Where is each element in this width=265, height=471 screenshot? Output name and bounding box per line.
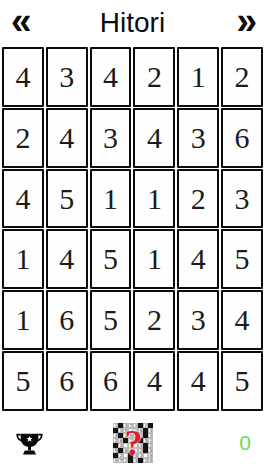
grid-cell[interactable]: 4: [177, 229, 219, 289]
page-title: Hitori: [100, 7, 165, 39]
grid-cell[interactable]: 1: [90, 169, 132, 229]
grid-cell[interactable]: 2: [133, 290, 175, 350]
grid-cell[interactable]: 1: [133, 229, 175, 289]
grid-cell[interactable]: 4: [2, 169, 44, 229]
grid-cell[interactable]: 4: [90, 47, 132, 107]
grid-cell[interactable]: 2: [221, 47, 263, 107]
grid-cell[interactable]: 5: [90, 229, 132, 289]
grid-cell[interactable]: 5: [221, 351, 263, 411]
grid-cell[interactable]: 4: [46, 108, 88, 168]
grid-cell[interactable]: 6: [221, 108, 263, 168]
grid-cell[interactable]: 3: [177, 108, 219, 168]
grid-cell[interactable]: 4: [2, 47, 44, 107]
footer-bar: 14732351644291326151413256282436971418? …: [0, 415, 265, 471]
grid-cell[interactable]: 5: [46, 169, 88, 229]
grid-cell[interactable]: 1: [2, 290, 44, 350]
grid-cell[interactable]: 4: [221, 290, 263, 350]
hitori-board: 434212243436451123145145165234566445: [0, 45, 265, 415]
grid-cell[interactable]: 4: [46, 229, 88, 289]
grid-cell[interactable]: 6: [46, 290, 88, 350]
puzzle-help-logo-icon[interactable]: 14732351644291326151413256282436971418?: [113, 423, 153, 463]
grid-cell[interactable]: 3: [46, 47, 88, 107]
grid-cell[interactable]: 5: [90, 290, 132, 350]
hitori-app: « Hitori » 43421224343645112314514516523…: [0, 0, 265, 471]
grid-cell[interactable]: 2: [133, 47, 175, 107]
grid-cell[interactable]: 5: [2, 351, 44, 411]
grid-cell[interactable]: 1: [2, 229, 44, 289]
grid-cell[interactable]: 5: [221, 229, 263, 289]
grid-cell[interactable]: 3: [90, 108, 132, 168]
grid-cell[interactable]: 3: [177, 290, 219, 350]
logo-mini-cell: 8: [148, 458, 153, 463]
grid-cell[interactable]: 1: [133, 169, 175, 229]
prev-puzzle-button[interactable]: «: [11, 1, 29, 40]
grid-cell[interactable]: 2: [2, 108, 44, 168]
trophy-icon[interactable]: [16, 431, 43, 456]
grid-cell[interactable]: 6: [46, 351, 88, 411]
next-puzzle-button[interactable]: »: [236, 1, 254, 40]
grid-cell[interactable]: 4: [133, 351, 175, 411]
grid-cell[interactable]: 4: [177, 351, 219, 411]
grid-cell[interactable]: 3: [221, 169, 263, 229]
score-value: 0: [239, 431, 251, 455]
grid-cell[interactable]: 6: [90, 351, 132, 411]
grid-cell[interactable]: 1: [177, 47, 219, 107]
header-bar: « Hitori »: [0, 0, 265, 45]
grid-cell[interactable]: 4: [133, 108, 175, 168]
grid-cell[interactable]: 2: [177, 169, 219, 229]
